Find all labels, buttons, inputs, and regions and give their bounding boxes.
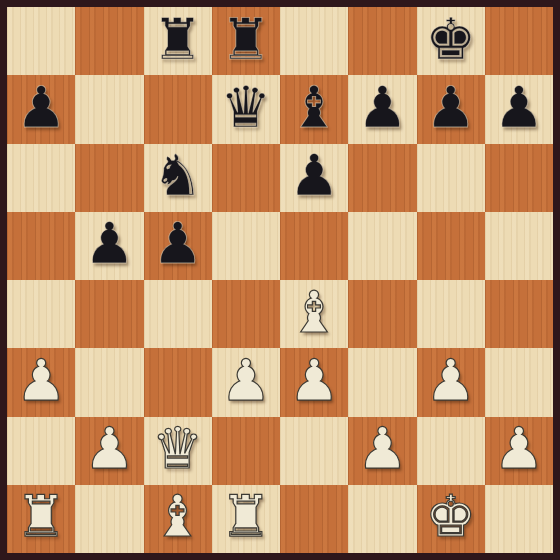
square-f4[interactable] <box>348 280 416 348</box>
piece-white-pawn[interactable]: ♟ <box>84 420 135 477</box>
piece-white-pawn[interactable]: ♟ <box>289 352 340 409</box>
square-d5[interactable] <box>212 212 280 280</box>
square-a1[interactable]: ♜ <box>7 485 75 553</box>
piece-white-pawn[interactable]: ♟ <box>493 420 544 477</box>
square-f6[interactable] <box>348 144 416 212</box>
square-h3[interactable] <box>485 348 553 416</box>
square-g4[interactable] <box>417 280 485 348</box>
square-f5[interactable] <box>348 212 416 280</box>
piece-white-bishop[interactable]: ♝ <box>289 284 340 341</box>
square-h8[interactable] <box>485 7 553 75</box>
square-a2[interactable] <box>7 417 75 485</box>
square-h5[interactable] <box>485 212 553 280</box>
piece-black-pawn[interactable]: ♟ <box>357 79 408 136</box>
square-d3[interactable]: ♟ <box>212 348 280 416</box>
piece-white-pawn[interactable]: ♟ <box>220 352 271 409</box>
square-a5[interactable] <box>7 212 75 280</box>
square-e7[interactable]: ♝ <box>280 75 348 143</box>
square-d8[interactable]: ♜ <box>212 7 280 75</box>
piece-black-pawn[interactable]: ♟ <box>84 215 135 272</box>
square-d6[interactable] <box>212 144 280 212</box>
square-c2[interactable]: ♛ <box>144 417 212 485</box>
square-b5[interactable]: ♟ <box>75 212 143 280</box>
square-e1[interactable] <box>280 485 348 553</box>
square-b4[interactable] <box>75 280 143 348</box>
square-e5[interactable] <box>280 212 348 280</box>
square-c4[interactable] <box>144 280 212 348</box>
square-c8[interactable]: ♜ <box>144 7 212 75</box>
square-c6[interactable]: ♞ <box>144 144 212 212</box>
piece-black-pawn[interactable]: ♟ <box>493 79 544 136</box>
square-g2[interactable] <box>417 417 485 485</box>
piece-black-knight[interactable]: ♞ <box>152 147 203 204</box>
square-b7[interactable] <box>75 75 143 143</box>
square-d1[interactable]: ♜ <box>212 485 280 553</box>
square-b3[interactable] <box>75 348 143 416</box>
square-h4[interactable] <box>485 280 553 348</box>
piece-white-pawn[interactable]: ♟ <box>357 420 408 477</box>
square-c7[interactable] <box>144 75 212 143</box>
piece-black-pawn[interactable]: ♟ <box>425 79 476 136</box>
square-a3[interactable]: ♟ <box>7 348 75 416</box>
square-f7[interactable]: ♟ <box>348 75 416 143</box>
square-e6[interactable]: ♟ <box>280 144 348 212</box>
square-g5[interactable] <box>417 212 485 280</box>
square-c1[interactable]: ♝ <box>144 485 212 553</box>
piece-white-bishop[interactable]: ♝ <box>152 488 203 545</box>
square-c3[interactable] <box>144 348 212 416</box>
chess-board-frame: ♜♜♚♟♛♝♟♟♟♞♟♟♟♝♟♟♟♟♟♛♟♟♜♝♜♚ <box>0 0 560 560</box>
square-g8[interactable]: ♚ <box>417 7 485 75</box>
piece-black-queen[interactable]: ♛ <box>220 79 271 136</box>
square-b1[interactable] <box>75 485 143 553</box>
square-e4[interactable]: ♝ <box>280 280 348 348</box>
square-h7[interactable]: ♟ <box>485 75 553 143</box>
piece-white-king[interactable]: ♚ <box>425 488 476 545</box>
piece-black-rook[interactable]: ♜ <box>152 11 203 68</box>
piece-white-rook[interactable]: ♜ <box>16 488 67 545</box>
square-f8[interactable] <box>348 7 416 75</box>
square-f1[interactable] <box>348 485 416 553</box>
square-f2[interactable]: ♟ <box>348 417 416 485</box>
square-h6[interactable] <box>485 144 553 212</box>
piece-black-king[interactable]: ♚ <box>425 11 476 68</box>
square-g7[interactable]: ♟ <box>417 75 485 143</box>
square-g6[interactable] <box>417 144 485 212</box>
piece-black-pawn[interactable]: ♟ <box>289 147 340 204</box>
square-h1[interactable] <box>485 485 553 553</box>
chess-board: ♜♜♚♟♛♝♟♟♟♞♟♟♟♝♟♟♟♟♟♛♟♟♜♝♜♚ <box>7 7 553 553</box>
piece-black-pawn[interactable]: ♟ <box>152 215 203 272</box>
square-a4[interactable] <box>7 280 75 348</box>
square-b8[interactable] <box>75 7 143 75</box>
piece-white-pawn[interactable]: ♟ <box>425 352 476 409</box>
square-g3[interactable]: ♟ <box>417 348 485 416</box>
square-b6[interactable] <box>75 144 143 212</box>
square-g1[interactable]: ♚ <box>417 485 485 553</box>
piece-white-queen[interactable]: ♛ <box>152 420 203 477</box>
square-d7[interactable]: ♛ <box>212 75 280 143</box>
square-d4[interactable] <box>212 280 280 348</box>
square-e3[interactable]: ♟ <box>280 348 348 416</box>
square-a8[interactable] <box>7 7 75 75</box>
square-f3[interactable] <box>348 348 416 416</box>
square-b2[interactable]: ♟ <box>75 417 143 485</box>
square-a7[interactable]: ♟ <box>7 75 75 143</box>
square-h2[interactable]: ♟ <box>485 417 553 485</box>
square-e8[interactable] <box>280 7 348 75</box>
piece-white-rook[interactable]: ♜ <box>220 488 271 545</box>
square-c5[interactable]: ♟ <box>144 212 212 280</box>
square-a6[interactable] <box>7 144 75 212</box>
square-d2[interactable] <box>212 417 280 485</box>
piece-black-rook[interactable]: ♜ <box>220 11 271 68</box>
piece-black-pawn[interactable]: ♟ <box>16 79 67 136</box>
square-e2[interactable] <box>280 417 348 485</box>
piece-white-pawn[interactable]: ♟ <box>16 352 67 409</box>
piece-black-bishop[interactable]: ♝ <box>289 79 340 136</box>
